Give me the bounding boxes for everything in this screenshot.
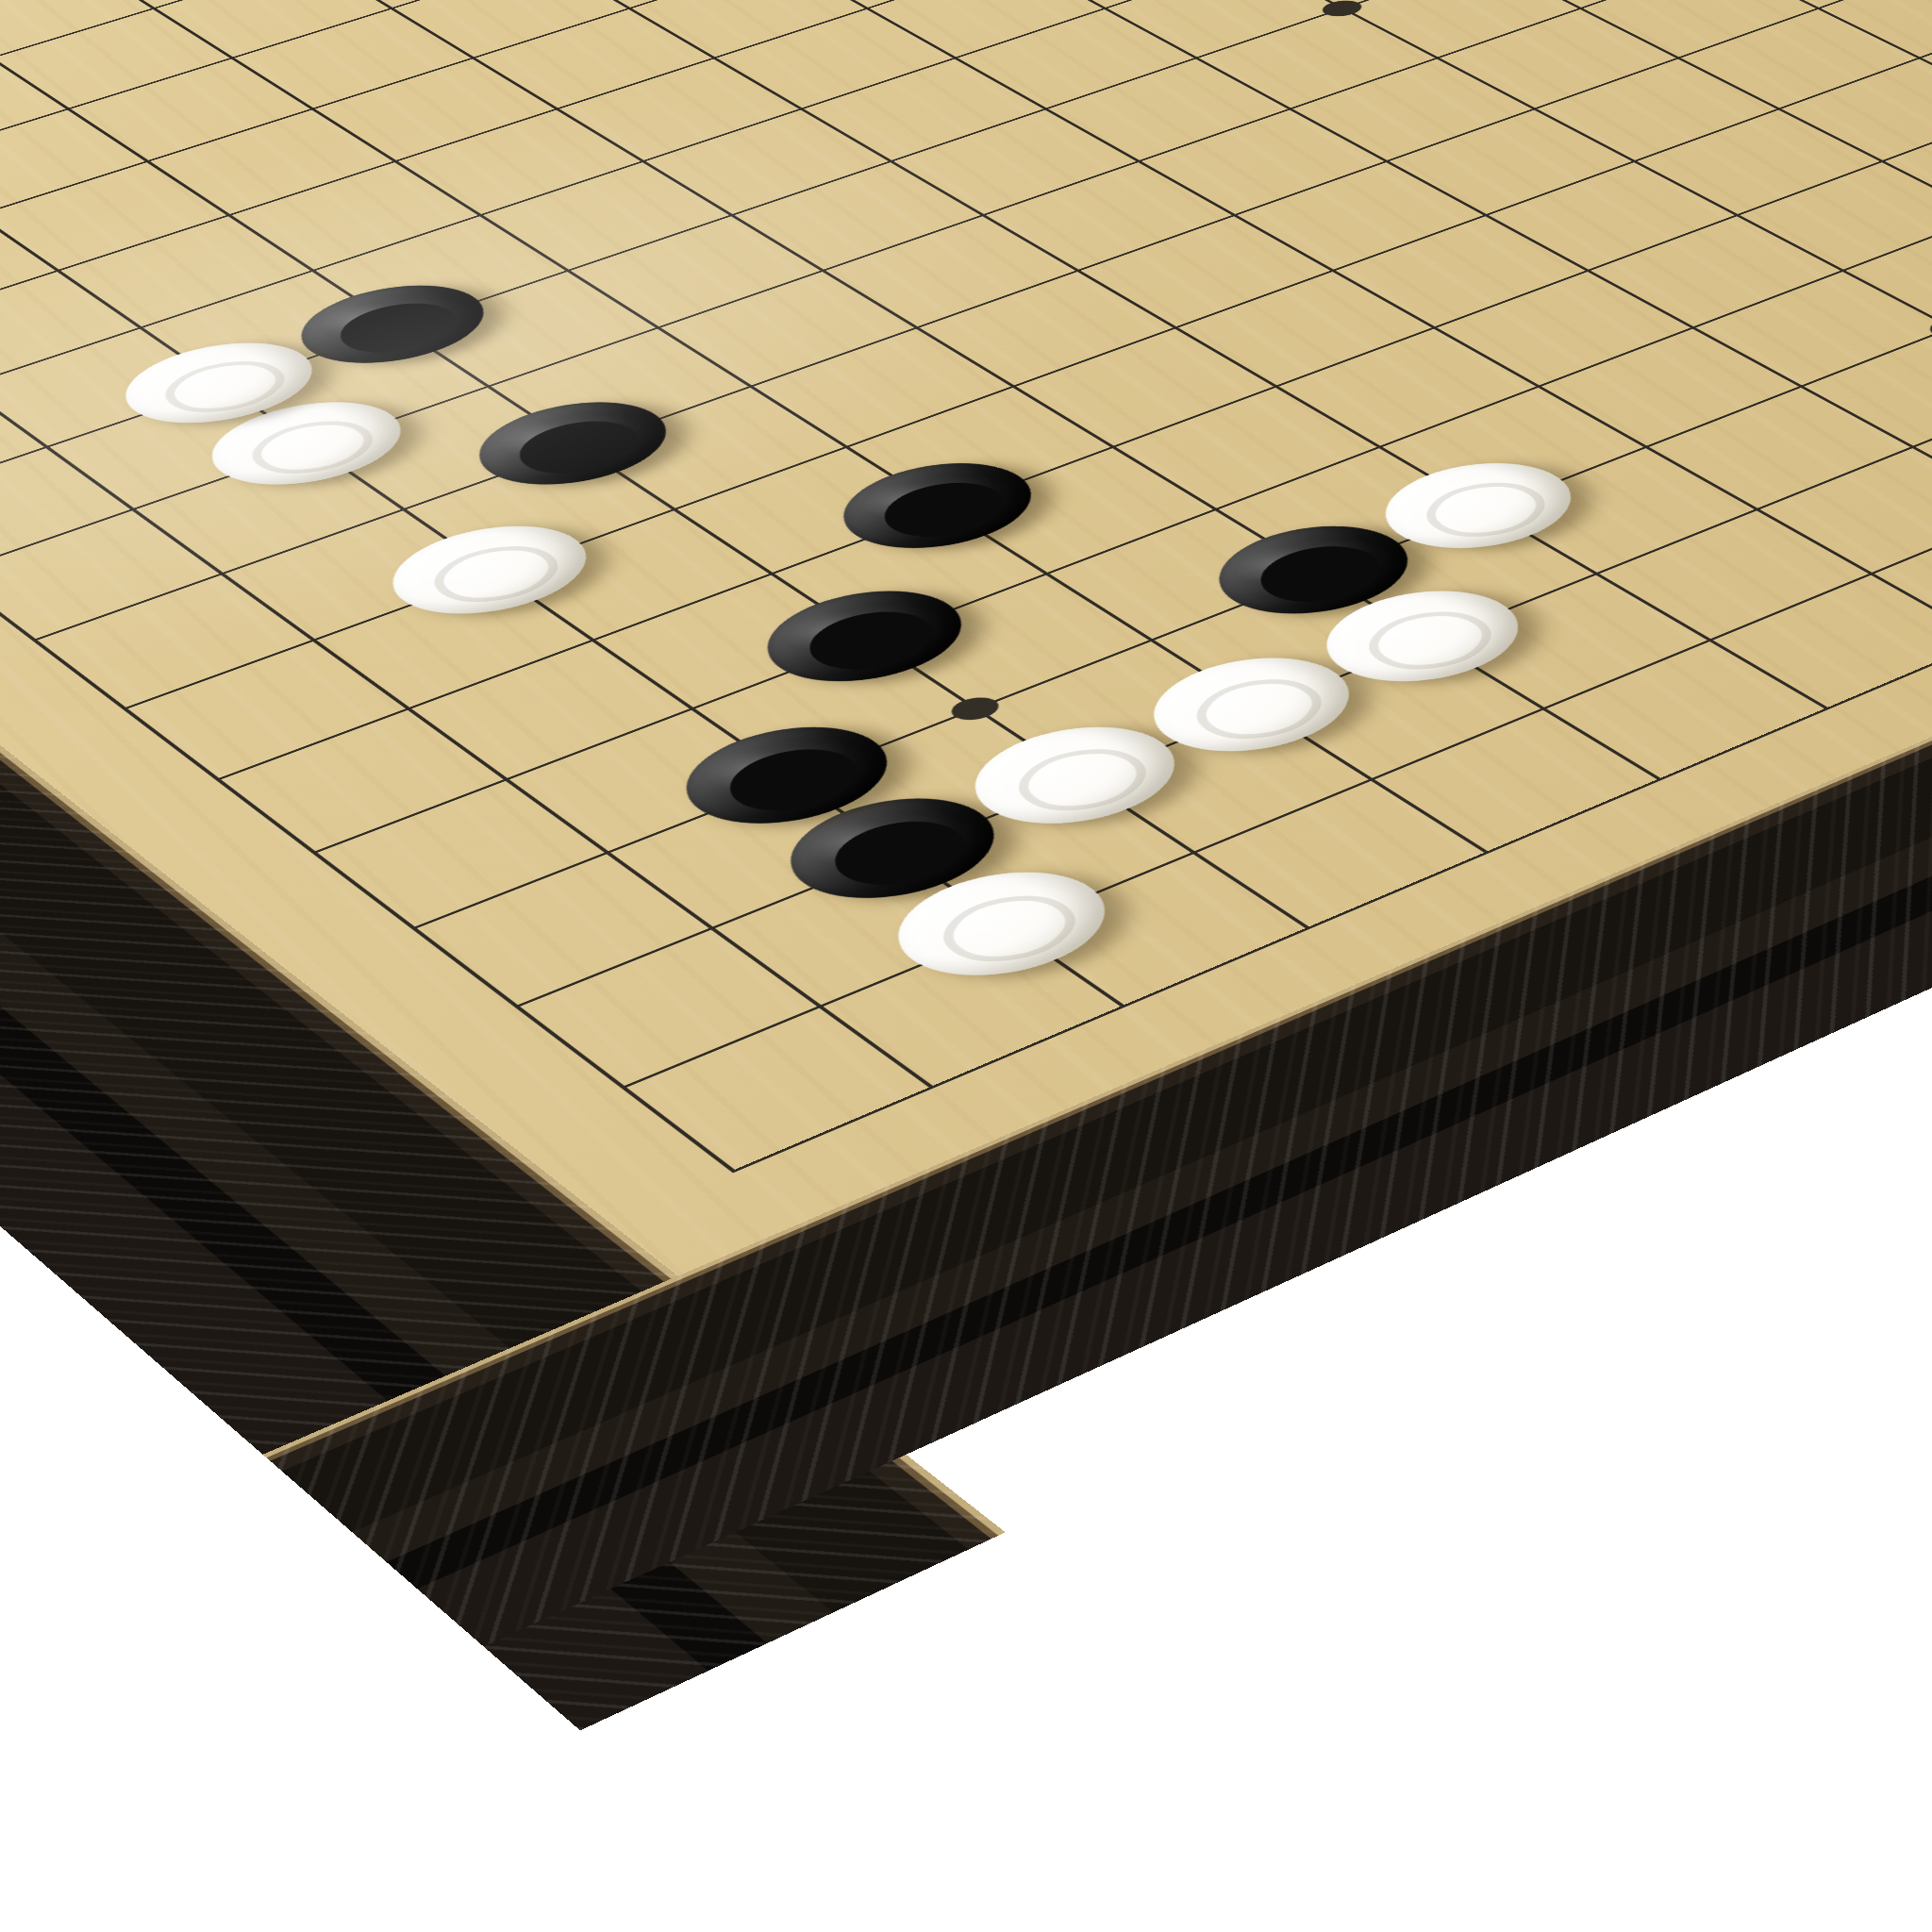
go-board[interactable]: ●●●●●●●○○○○○○○○ bbox=[0, 0, 1932, 1275]
photo-scene: ●●●●●●●○○○○○○○○ bbox=[0, 0, 1932, 1932]
